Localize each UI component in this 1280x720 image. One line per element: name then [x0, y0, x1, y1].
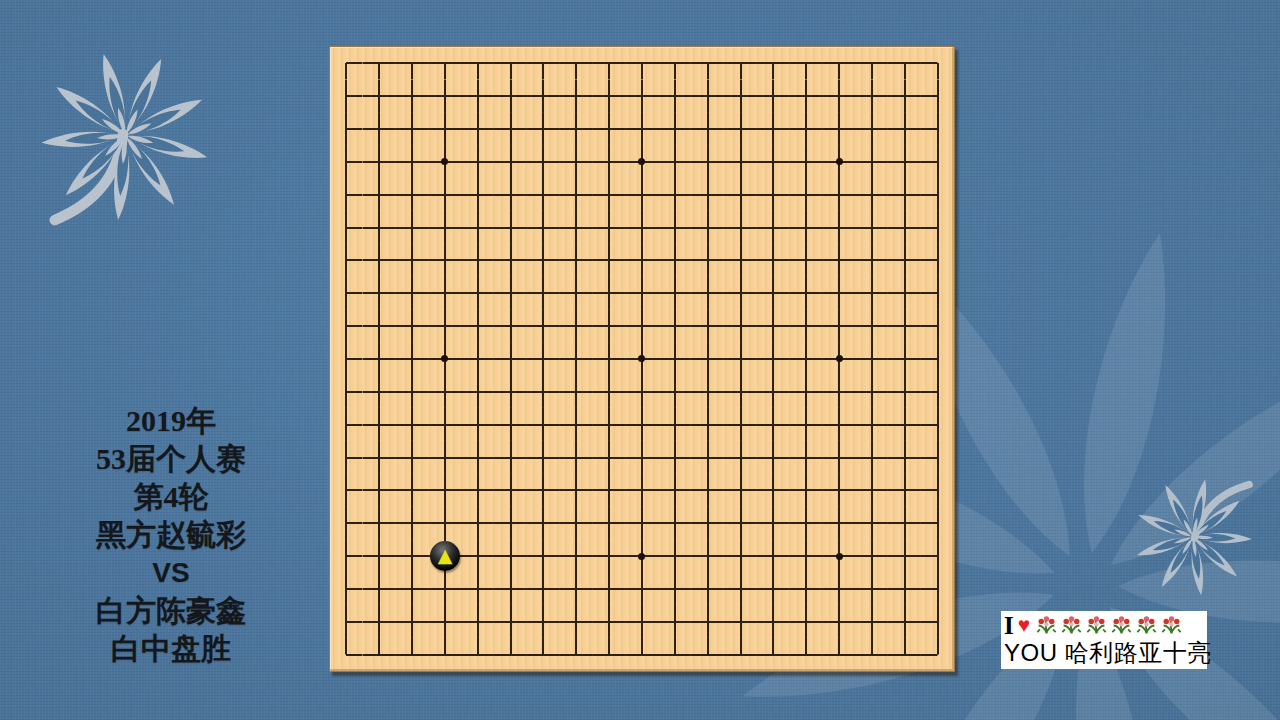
board-cell — [461, 178, 494, 211]
board-cell — [658, 474, 691, 507]
board-cell — [921, 507, 954, 540]
board-cell — [855, 343, 888, 376]
board-cell — [429, 277, 462, 310]
watermark-line1: I ♥ — [1004, 612, 1204, 639]
board-cell — [921, 244, 954, 277]
board-cell — [363, 310, 396, 343]
board-cell — [429, 211, 462, 244]
board-cell — [396, 47, 429, 80]
board-cell — [494, 47, 527, 80]
star-point — [638, 553, 645, 560]
board-cell — [527, 244, 560, 277]
board-cell — [461, 47, 494, 80]
game-info-caption: 2019年 53届个人赛 第4轮 黑方赵毓彩 VS 白方陈豪鑫 白中盘胜 — [52, 402, 290, 668]
board-cell — [921, 441, 954, 474]
board-cell — [461, 605, 494, 638]
board-cell — [921, 211, 954, 244]
board-cell — [560, 474, 593, 507]
board-cell — [823, 80, 856, 113]
board-cell — [429, 474, 462, 507]
board-cell — [396, 408, 429, 441]
board-cell — [461, 80, 494, 113]
board-cell — [527, 80, 560, 113]
board-cell — [494, 277, 527, 310]
board-cell — [823, 146, 856, 179]
star-point — [441, 158, 448, 165]
board-cell — [855, 80, 888, 113]
board-cell — [494, 441, 527, 474]
board-cell — [626, 244, 659, 277]
board-cell — [855, 441, 888, 474]
board-cell — [691, 146, 724, 179]
bouquet-emoji-icon — [1035, 615, 1058, 636]
board-cell — [724, 80, 757, 113]
go-board-grid: ▲ — [330, 47, 954, 671]
board-cell — [429, 572, 462, 605]
board-cell — [396, 605, 429, 638]
board-cell — [691, 441, 724, 474]
board-cell — [527, 211, 560, 244]
board-cell — [757, 540, 790, 573]
board-cell — [855, 113, 888, 146]
board-cell — [691, 638, 724, 671]
board-cell — [461, 540, 494, 573]
board-cell — [396, 277, 429, 310]
board-cell — [560, 605, 593, 638]
board-cell — [658, 146, 691, 179]
board-cell — [593, 178, 626, 211]
board-cell — [363, 572, 396, 605]
caption-line-result: 白中盘胜 — [52, 630, 290, 668]
board-cell — [461, 441, 494, 474]
board-cell — [560, 638, 593, 671]
board-cell — [330, 507, 363, 540]
board-cell — [461, 572, 494, 605]
board-cell — [658, 408, 691, 441]
board-cell — [790, 605, 823, 638]
board-cell — [363, 244, 396, 277]
board-cell — [494, 113, 527, 146]
board-cell — [560, 310, 593, 343]
board-cell — [527, 441, 560, 474]
board-cell — [855, 375, 888, 408]
board-cell — [724, 408, 757, 441]
board-cell — [921, 80, 954, 113]
board-cell — [888, 310, 921, 343]
board-cell — [527, 408, 560, 441]
board-cell — [658, 540, 691, 573]
board-cell — [790, 244, 823, 277]
board-cell — [396, 244, 429, 277]
board-cell — [396, 441, 429, 474]
board-cell — [790, 178, 823, 211]
board-cell — [724, 244, 757, 277]
board-cell — [823, 572, 856, 605]
caption-line-round: 第4轮 — [52, 478, 290, 516]
board-cell — [888, 605, 921, 638]
board-cell — [724, 441, 757, 474]
board-cell — [593, 113, 626, 146]
board-cell — [330, 146, 363, 179]
board-cell — [626, 178, 659, 211]
board-cell — [429, 605, 462, 638]
caption-line-event: 53届个人赛 — [52, 440, 290, 478]
board-cell — [658, 178, 691, 211]
board-cell — [724, 113, 757, 146]
board-cell — [855, 572, 888, 605]
flower-decoration-top-left — [18, 28, 233, 243]
board-cell — [494, 572, 527, 605]
board-cell — [593, 408, 626, 441]
board-cell — [855, 178, 888, 211]
board-cell — [658, 441, 691, 474]
board-cell — [823, 244, 856, 277]
star-point — [836, 158, 843, 165]
board-cell — [921, 113, 954, 146]
board-cell — [921, 178, 954, 211]
board-cell — [790, 146, 823, 179]
board-cell — [724, 343, 757, 376]
board-cell — [494, 310, 527, 343]
board-cell — [330, 638, 363, 671]
board-cell — [626, 408, 659, 441]
bouquet-emoji-row — [1035, 615, 1183, 636]
board-cell — [461, 310, 494, 343]
board-cell — [724, 572, 757, 605]
board-cell — [330, 178, 363, 211]
board-cell — [494, 80, 527, 113]
star-point — [638, 355, 645, 362]
board-cell — [855, 211, 888, 244]
board-cell — [790, 474, 823, 507]
board-cell — [757, 244, 790, 277]
board-cell — [363, 113, 396, 146]
board-cell — [691, 375, 724, 408]
board-cell — [757, 572, 790, 605]
board-cell — [461, 244, 494, 277]
board-cell — [363, 178, 396, 211]
board-cell — [593, 375, 626, 408]
board-cell — [757, 113, 790, 146]
board-cell — [494, 507, 527, 540]
board-cell — [429, 80, 462, 113]
board-cell — [494, 244, 527, 277]
board-cell — [823, 507, 856, 540]
board-cell — [790, 408, 823, 441]
heart-icon: ♥ — [1018, 615, 1030, 636]
board-cell — [790, 343, 823, 376]
board-cell — [626, 605, 659, 638]
board-cell — [724, 211, 757, 244]
board-cell — [921, 605, 954, 638]
board-cell — [560, 178, 593, 211]
board-cell — [855, 408, 888, 441]
go-board: ▲ — [329, 46, 955, 672]
board-cell — [691, 507, 724, 540]
board-cell — [461, 343, 494, 376]
board-cell — [626, 375, 659, 408]
board-cell — [560, 113, 593, 146]
board-cell — [855, 310, 888, 343]
board-cell — [494, 146, 527, 179]
board-cell — [396, 178, 429, 211]
board-cell — [527, 638, 560, 671]
board-cell — [921, 408, 954, 441]
board-cell — [888, 375, 921, 408]
board-cell — [855, 507, 888, 540]
board-cell — [429, 441, 462, 474]
board-cell — [888, 572, 921, 605]
caption-line-white-player: 白方陈豪鑫 — [52, 592, 290, 630]
board-cell — [691, 211, 724, 244]
triangle-marker-icon: ▲ — [438, 546, 453, 565]
board-cell — [527, 474, 560, 507]
board-cell — [494, 540, 527, 573]
board-cell — [658, 277, 691, 310]
board-cell — [757, 441, 790, 474]
board-cell — [527, 277, 560, 310]
board-cell — [626, 540, 659, 573]
board-cell — [363, 474, 396, 507]
board-cell — [790, 211, 823, 244]
board-cell — [330, 605, 363, 638]
board-cell — [626, 211, 659, 244]
board-cell — [691, 113, 724, 146]
board-cell — [363, 47, 396, 80]
bouquet-emoji-icon — [1160, 615, 1183, 636]
board-cell — [330, 80, 363, 113]
board-cell — [593, 474, 626, 507]
board-cell — [494, 605, 527, 638]
board-cell — [888, 540, 921, 573]
board-cell — [363, 507, 396, 540]
board-cell — [790, 638, 823, 671]
board-cell — [429, 343, 462, 376]
board-cell — [593, 244, 626, 277]
board-cell — [921, 146, 954, 179]
watermark-line2: YOU 哈利路亚十亮 — [1004, 639, 1204, 667]
board-cell — [888, 638, 921, 671]
board-cell — [691, 277, 724, 310]
board-cell — [691, 80, 724, 113]
watermark-i-text: I — [1004, 613, 1014, 638]
board-cell — [330, 343, 363, 376]
board-cell — [363, 375, 396, 408]
board-cell — [593, 146, 626, 179]
board-cell — [790, 375, 823, 408]
board-cell — [560, 211, 593, 244]
board-cell — [494, 375, 527, 408]
board-cell — [921, 572, 954, 605]
board-cell — [363, 146, 396, 179]
bouquet-emoji-icon — [1110, 615, 1133, 636]
board-cell — [593, 277, 626, 310]
board-cell — [724, 540, 757, 573]
board-cell — [790, 540, 823, 573]
board-cell — [921, 310, 954, 343]
caption-line-black-player: 黑方赵毓彩 — [52, 516, 290, 554]
board-cell — [888, 277, 921, 310]
board-cell — [757, 310, 790, 343]
board-cell — [658, 310, 691, 343]
board-cell — [429, 47, 462, 80]
board-cell — [691, 310, 724, 343]
board-cell — [461, 146, 494, 179]
board-cell — [691, 244, 724, 277]
board-cell — [658, 375, 691, 408]
board-cell — [691, 47, 724, 80]
board-cell — [888, 80, 921, 113]
board-cell — [363, 638, 396, 671]
board-cell — [691, 474, 724, 507]
board-cell — [626, 638, 659, 671]
board-cell — [724, 638, 757, 671]
board-cell — [823, 211, 856, 244]
board-cell — [461, 474, 494, 507]
board-cell — [823, 638, 856, 671]
board-cell — [626, 507, 659, 540]
board-cell — [823, 375, 856, 408]
board-cell — [757, 507, 790, 540]
board-cell — [855, 47, 888, 80]
board-cell — [461, 211, 494, 244]
board-cell — [691, 408, 724, 441]
star-point — [638, 158, 645, 165]
board-cell — [790, 572, 823, 605]
board-cell — [626, 146, 659, 179]
board-cell — [626, 441, 659, 474]
flower-decoration-bottom-right — [1118, 462, 1268, 612]
board-cell — [560, 375, 593, 408]
board-cell — [626, 310, 659, 343]
board-cell — [855, 244, 888, 277]
board-cell — [823, 113, 856, 146]
bouquet-emoji-icon — [1135, 615, 1158, 636]
board-cell — [757, 211, 790, 244]
board-cell — [363, 277, 396, 310]
board-cell — [494, 408, 527, 441]
board-cell — [494, 343, 527, 376]
board-cell — [823, 441, 856, 474]
board-cell — [757, 178, 790, 211]
board-cell — [658, 605, 691, 638]
board-cell — [921, 638, 954, 671]
board-cell — [921, 343, 954, 376]
board-cell — [823, 540, 856, 573]
board-cell — [527, 310, 560, 343]
board-cell — [691, 605, 724, 638]
board-cell — [724, 47, 757, 80]
board-cell — [757, 474, 790, 507]
board-cell — [461, 408, 494, 441]
board-cell — [658, 507, 691, 540]
board-cell — [560, 277, 593, 310]
board-cell — [658, 211, 691, 244]
board-cell — [593, 343, 626, 376]
board-cell — [461, 113, 494, 146]
board-cell — [888, 211, 921, 244]
board-cell — [921, 375, 954, 408]
board-cell — [330, 375, 363, 408]
board-cell — [560, 572, 593, 605]
board-cell — [560, 540, 593, 573]
board-cell — [330, 408, 363, 441]
board-cell — [888, 178, 921, 211]
board-cell — [527, 540, 560, 573]
board-cell — [888, 507, 921, 540]
board-cell — [593, 441, 626, 474]
star-point — [836, 355, 843, 362]
board-cell — [724, 277, 757, 310]
board-cell — [429, 638, 462, 671]
board-cell — [560, 408, 593, 441]
board-cell — [757, 638, 790, 671]
bouquet-emoji-icon — [1085, 615, 1108, 636]
board-cell — [823, 47, 856, 80]
board-cell — [724, 507, 757, 540]
board-cell — [396, 638, 429, 671]
board-cell — [560, 80, 593, 113]
board-cell — [790, 47, 823, 80]
board-cell — [626, 343, 659, 376]
board-cell — [593, 507, 626, 540]
board-cell — [461, 277, 494, 310]
board-cell — [560, 507, 593, 540]
board-cell — [429, 310, 462, 343]
board-cell — [757, 375, 790, 408]
board-cell — [757, 408, 790, 441]
board-cell — [363, 540, 396, 573]
board-cell — [888, 244, 921, 277]
board-cell — [363, 211, 396, 244]
board-cell — [757, 80, 790, 113]
board-cell: ▲ — [429, 540, 462, 573]
board-cell — [757, 146, 790, 179]
board-cell — [396, 474, 429, 507]
board-cell — [658, 80, 691, 113]
board-cell — [593, 80, 626, 113]
board-cell — [429, 408, 462, 441]
board-cell — [888, 47, 921, 80]
board-cell — [527, 146, 560, 179]
board-cell — [461, 375, 494, 408]
board-cell — [494, 178, 527, 211]
board-cell — [593, 47, 626, 80]
board-cell — [691, 343, 724, 376]
board-cell — [790, 507, 823, 540]
board-cell — [330, 244, 363, 277]
star-point — [836, 553, 843, 560]
board-cell — [330, 441, 363, 474]
board-cell — [658, 244, 691, 277]
board-cell — [691, 540, 724, 573]
board-cell — [527, 343, 560, 376]
board-cell — [494, 638, 527, 671]
board-cell — [724, 474, 757, 507]
board-cell — [790, 441, 823, 474]
board-cell — [429, 146, 462, 179]
watermark-box: I ♥ YOU 哈利路亚十亮 — [1001, 611, 1207, 669]
board-cell — [527, 178, 560, 211]
board-cell — [330, 113, 363, 146]
board-cell — [396, 572, 429, 605]
board-cell — [823, 310, 856, 343]
board-cell — [527, 47, 560, 80]
board-cell — [626, 572, 659, 605]
board-cell — [560, 146, 593, 179]
board-cell — [658, 572, 691, 605]
board-cell — [560, 244, 593, 277]
